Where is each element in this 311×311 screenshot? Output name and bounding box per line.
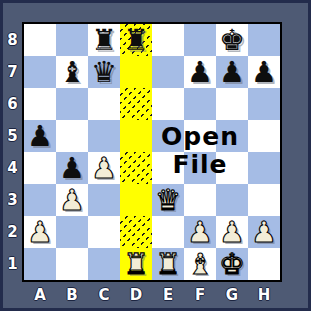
square-g3[interactable] xyxy=(216,184,248,216)
piece-white-bishop[interactable]: ♝ xyxy=(187,248,213,280)
piece-white-rook[interactable]: ♜ xyxy=(155,248,181,280)
rank-labels: 87654321 xyxy=(3,24,22,280)
file-label-b: B xyxy=(56,284,88,306)
file-label-g: G xyxy=(216,284,248,306)
square-b7[interactable]: ♝ xyxy=(56,56,88,88)
file-label-f: F xyxy=(184,284,216,306)
piece-white-pawn[interactable]: ♟ xyxy=(91,152,117,184)
square-a3[interactable] xyxy=(24,184,56,216)
square-d8[interactable]: ♜ xyxy=(120,24,152,56)
file-label-c: C xyxy=(88,284,120,306)
file-label-e: E xyxy=(152,284,184,306)
piece-black-pawn[interactable]: ♟ xyxy=(219,56,245,88)
square-e2[interactable] xyxy=(152,216,184,248)
square-h5[interactable] xyxy=(248,120,280,152)
square-g5[interactable] xyxy=(216,120,248,152)
piece-white-king[interactable]: ♚ xyxy=(219,248,245,280)
square-h2[interactable]: ♟ xyxy=(248,216,280,248)
square-f7[interactable]: ♟ xyxy=(184,56,216,88)
square-a6[interactable] xyxy=(24,88,56,120)
square-g8[interactable]: ♚ xyxy=(216,24,248,56)
piece-white-pawn[interactable]: ♟ xyxy=(219,216,245,248)
piece-black-rook[interactable]: ♜ xyxy=(123,24,149,56)
square-d6[interactable] xyxy=(120,88,152,120)
square-h8[interactable] xyxy=(248,24,280,56)
square-e3[interactable]: ♛ xyxy=(152,184,184,216)
square-b6[interactable] xyxy=(56,88,88,120)
rank-label-8: 8 xyxy=(3,24,22,56)
square-d1[interactable]: ♜ xyxy=(120,248,152,280)
rank-label-1: 1 xyxy=(3,248,22,280)
square-e5[interactable] xyxy=(152,120,184,152)
piece-black-rook[interactable]: ♜ xyxy=(91,24,117,56)
square-d3[interactable] xyxy=(120,184,152,216)
piece-black-pawn[interactable]: ♟ xyxy=(27,120,53,152)
square-c8[interactable]: ♜ xyxy=(88,24,120,56)
file-label-a: A xyxy=(24,284,56,306)
square-b4[interactable]: ♟ xyxy=(56,152,88,184)
square-c5[interactable] xyxy=(88,120,120,152)
square-e6[interactable] xyxy=(152,88,184,120)
square-a8[interactable] xyxy=(24,24,56,56)
square-c3[interactable] xyxy=(88,184,120,216)
rank-label-6: 6 xyxy=(3,88,22,120)
square-e4[interactable] xyxy=(152,152,184,184)
file-label-h: H xyxy=(248,284,280,306)
rank-label-7: 7 xyxy=(3,56,22,88)
square-c6[interactable] xyxy=(88,88,120,120)
piece-white-pawn[interactable]: ♟ xyxy=(187,216,213,248)
square-f4[interactable] xyxy=(184,152,216,184)
square-b3[interactable]: ♟ xyxy=(56,184,88,216)
square-b1[interactable] xyxy=(56,248,88,280)
square-h4[interactable] xyxy=(248,152,280,184)
square-d2[interactable] xyxy=(120,216,152,248)
square-a1[interactable] xyxy=(24,248,56,280)
square-g7[interactable]: ♟ xyxy=(216,56,248,88)
square-g6[interactable] xyxy=(216,88,248,120)
piece-black-pawn[interactable]: ♟ xyxy=(251,56,277,88)
square-b8[interactable] xyxy=(56,24,88,56)
square-d4[interactable] xyxy=(120,152,152,184)
file-label-d: D xyxy=(120,284,152,306)
square-b5[interactable] xyxy=(56,120,88,152)
piece-black-queen[interactable]: ♛ xyxy=(91,56,117,88)
square-a4[interactable] xyxy=(24,152,56,184)
piece-white-pawn[interactable]: ♟ xyxy=(59,184,85,216)
square-f6[interactable] xyxy=(184,88,216,120)
square-d7[interactable] xyxy=(120,56,152,88)
square-a5[interactable]: ♟ xyxy=(24,120,56,152)
square-f3[interactable] xyxy=(184,184,216,216)
square-h1[interactable] xyxy=(248,248,280,280)
board: ♜♜♚♝♛♟♟♟♟♟♟♟♛♟♟♟♟♜♜♝♚ xyxy=(22,22,282,282)
square-h7[interactable]: ♟ xyxy=(248,56,280,88)
square-f1[interactable]: ♝ xyxy=(184,248,216,280)
square-e7[interactable] xyxy=(152,56,184,88)
piece-white-rook[interactable]: ♜ xyxy=(123,248,149,280)
square-h3[interactable] xyxy=(248,184,280,216)
rank-label-4: 4 xyxy=(3,152,22,184)
piece-white-queen[interactable]: ♛ xyxy=(155,184,181,216)
piece-black-king[interactable]: ♚ xyxy=(219,24,245,56)
square-e8[interactable] xyxy=(152,24,184,56)
square-c1[interactable] xyxy=(88,248,120,280)
square-a2[interactable]: ♟ xyxy=(24,216,56,248)
piece-black-pawn[interactable]: ♟ xyxy=(59,152,85,184)
square-f8[interactable] xyxy=(184,24,216,56)
square-c4[interactable]: ♟ xyxy=(88,152,120,184)
square-g2[interactable]: ♟ xyxy=(216,216,248,248)
piece-white-pawn[interactable]: ♟ xyxy=(251,216,277,248)
square-b2[interactable] xyxy=(56,216,88,248)
square-g1[interactable]: ♚ xyxy=(216,248,248,280)
rank-label-2: 2 xyxy=(3,216,22,248)
rank-label-5: 5 xyxy=(3,120,22,152)
piece-black-pawn[interactable]: ♟ xyxy=(187,56,213,88)
rank-label-3: 3 xyxy=(3,184,22,216)
piece-white-pawn[interactable]: ♟ xyxy=(27,216,53,248)
square-a7[interactable] xyxy=(24,56,56,88)
piece-black-bishop[interactable]: ♝ xyxy=(59,56,85,88)
square-f2[interactable]: ♟ xyxy=(184,216,216,248)
square-f5[interactable] xyxy=(184,120,216,152)
square-d5[interactable] xyxy=(120,120,152,152)
file-labels: ABCDEFGH xyxy=(24,284,280,306)
chess-diagram: 87654321 ♜♜♚♝♛♟♟♟♟♟♟♟♛♟♟♟♟♜♜♝♚ ABCDEFGH … xyxy=(0,0,311,311)
square-c2[interactable] xyxy=(88,216,120,248)
square-c7[interactable]: ♛ xyxy=(88,56,120,88)
square-e1[interactable]: ♜ xyxy=(152,248,184,280)
square-g4[interactable] xyxy=(216,152,248,184)
square-h6[interactable] xyxy=(248,88,280,120)
